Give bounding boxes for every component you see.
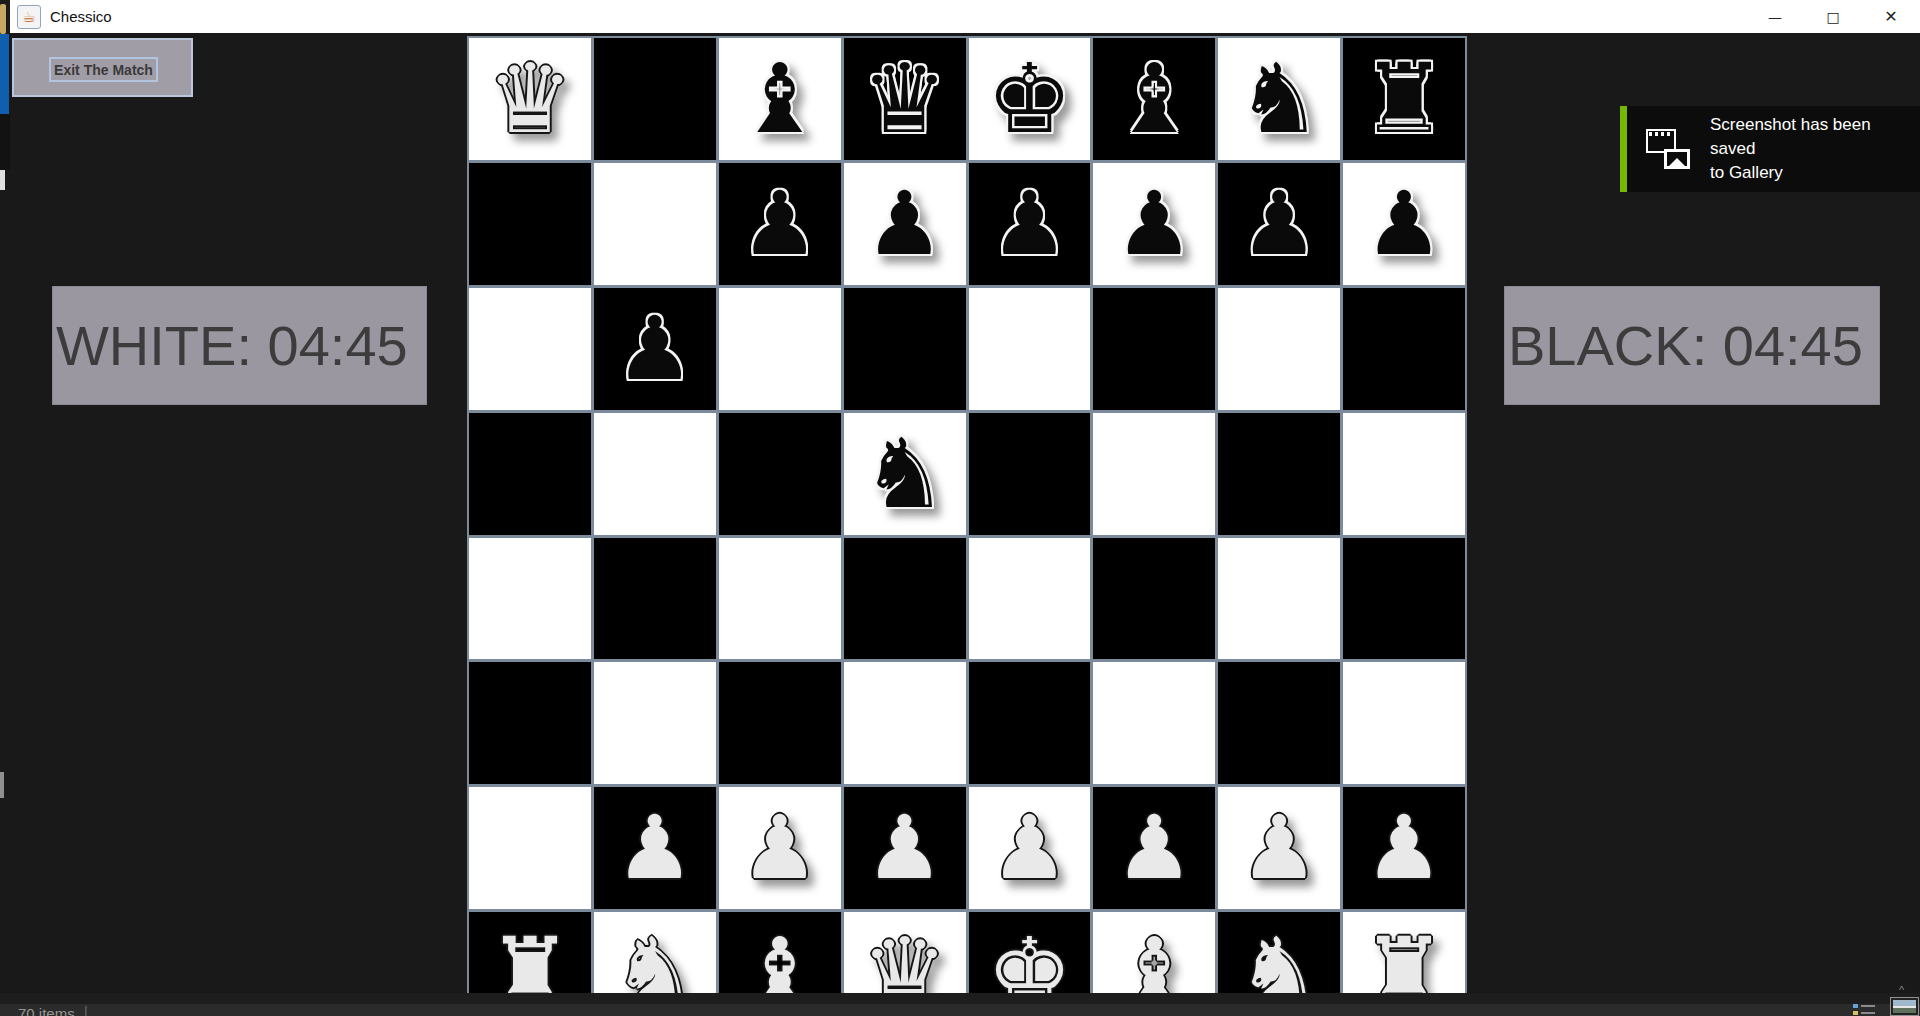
square-g8[interactable]: ♞ — [1218, 38, 1340, 160]
piece-wQ-a8[interactable]: ♛ — [487, 51, 573, 147]
square-f6[interactable] — [1093, 288, 1215, 410]
black-clock: BLACK: 04:45 — [1504, 286, 1880, 405]
white-clock: WHITE: 04:45 — [52, 286, 427, 405]
window-controls: — □ ✕ — [1746, 0, 1920, 33]
square-d7[interactable]: ♟ — [844, 163, 966, 285]
square-h2[interactable]: ♟ — [1343, 787, 1465, 909]
square-a5[interactable] — [469, 413, 591, 535]
square-d4[interactable] — [844, 538, 966, 660]
items-count-label: 70 items — [18, 1005, 75, 1016]
window-title: Chessico — [50, 8, 112, 25]
square-g5[interactable] — [1218, 413, 1340, 535]
square-a2[interactable] — [469, 787, 591, 909]
square-f4[interactable] — [1093, 538, 1215, 660]
square-h7[interactable]: ♟ — [1343, 163, 1465, 285]
exit-panel: Exit The Match — [12, 38, 193, 97]
square-c4[interactable] — [719, 538, 841, 660]
details-view-button[interactable] — [1853, 1003, 1887, 1015]
square-c8[interactable]: ♝ — [719, 38, 841, 160]
thumbnail-photo-icon — [1893, 1000, 1916, 1013]
square-f7[interactable]: ♟ — [1093, 163, 1215, 285]
square-f3[interactable] — [1093, 662, 1215, 784]
square-b5[interactable] — [594, 413, 716, 535]
square-c7[interactable]: ♟ — [719, 163, 841, 285]
square-h4[interactable] — [1343, 538, 1465, 660]
title-bar[interactable]: ☕ Chessico — □ ✕ — [10, 0, 1920, 33]
piece-wP-f2[interactable]: ♟ — [1115, 804, 1194, 892]
square-b8[interactable] — [594, 38, 716, 160]
square-h8[interactable]: ♜ — [1343, 38, 1465, 160]
piece-bB-f8[interactable]: ♝ — [1111, 51, 1197, 147]
square-e5[interactable] — [969, 413, 1091, 535]
minimize-icon[interactable]: — — [1746, 0, 1804, 33]
toast-line2: to Gallery — [1710, 161, 1920, 185]
piece-wP-e2[interactable]: ♟ — [990, 804, 1069, 892]
square-a4[interactable] — [469, 538, 591, 660]
board-container: ♛♝♛♚♝♞♜♟♟♟♟♟♟♟♞♟♟♟♟♟♟♟♜♞♝♛♚♝♞♜ — [467, 36, 1467, 1016]
piece-bP-g7[interactable]: ♟ — [1240, 180, 1319, 268]
piece-bP-b6[interactable]: ♟ — [615, 305, 694, 393]
square-e2[interactable]: ♟ — [969, 787, 1091, 909]
piece-bP-f7[interactable]: ♟ — [1115, 180, 1194, 268]
square-d5[interactable]: ♞ — [844, 413, 966, 535]
square-d8[interactable]: ♛ — [844, 38, 966, 160]
background-sticky-note-edge — [0, 4, 6, 34]
square-b2[interactable]: ♟ — [594, 787, 716, 909]
screenshot-toast[interactable]: Screenshot has been saved to Gallery — [1620, 106, 1920, 192]
explorer-status-bar: 70 items | — [0, 1004, 1920, 1016]
piece-wP-g2[interactable]: ♟ — [1240, 804, 1319, 892]
square-a6[interactable] — [469, 288, 591, 410]
square-e3[interactable] — [969, 662, 1091, 784]
square-a7[interactable] — [469, 163, 591, 285]
square-g6[interactable] — [1218, 288, 1340, 410]
square-b4[interactable] — [594, 538, 716, 660]
exit-match-button[interactable]: Exit The Match — [49, 57, 158, 82]
piece-bP-e7[interactable]: ♟ — [990, 180, 1069, 268]
toast-accent-bar — [1620, 106, 1627, 192]
square-e6[interactable] — [969, 288, 1091, 410]
square-f5[interactable] — [1093, 413, 1215, 535]
piece-bP-h7[interactable]: ♟ — [1365, 180, 1444, 268]
piece-bN-g8[interactable]: ♞ — [1236, 51, 1322, 147]
toast-line1: Screenshot has been saved — [1710, 113, 1920, 161]
gallery-capture-icon — [1646, 127, 1692, 171]
toast-message: Screenshot has been saved to Gallery — [1710, 113, 1920, 185]
square-g4[interactable] — [1218, 538, 1340, 660]
square-f2[interactable]: ♟ — [1093, 787, 1215, 909]
background-scrollbar-edge — [0, 772, 4, 798]
piece-wP-h2[interactable]: ♟ — [1365, 804, 1444, 892]
square-f8[interactable]: ♝ — [1093, 38, 1215, 160]
square-c2[interactable]: ♟ — [719, 787, 841, 909]
square-d2[interactable]: ♟ — [844, 787, 966, 909]
background-window-edge-white — [0, 170, 5, 190]
chess-board[interactable]: ♛♝♛♚♝♞♜♟♟♟♟♟♟♟♞♟♟♟♟♟♟♟♜♞♝♛♚♝♞♜ — [467, 36, 1467, 1016]
square-h6[interactable] — [1343, 288, 1465, 410]
square-c6[interactable] — [719, 288, 841, 410]
square-a3[interactable] — [469, 662, 591, 784]
square-e4[interactable] — [969, 538, 1091, 660]
square-b3[interactable] — [594, 662, 716, 784]
square-g7[interactable]: ♟ — [1218, 163, 1340, 285]
java-app-icon[interactable]: ☕ — [17, 5, 41, 29]
square-d3[interactable] — [844, 662, 966, 784]
close-icon[interactable]: ✕ — [1862, 0, 1920, 33]
maximize-icon[interactable]: □ — [1804, 0, 1862, 33]
piece-bB-c8[interactable]: ♝ — [737, 51, 823, 147]
screen: { "game": "chess", "window": { "title": … — [0, 0, 1920, 1016]
square-b6[interactable]: ♟ — [594, 288, 716, 410]
square-c5[interactable] — [719, 413, 841, 535]
background-window-edge-black — [0, 114, 10, 170]
square-e7[interactable]: ♟ — [969, 163, 1091, 285]
piece-bP-d7[interactable]: ♟ — [865, 180, 944, 268]
square-e8[interactable]: ♚ — [969, 38, 1091, 160]
background-window-edge-blue — [0, 34, 9, 114]
piece-wP-b2[interactable]: ♟ — [615, 804, 694, 892]
piece-bR-h8[interactable]: ♜ — [1361, 51, 1447, 147]
square-c3[interactable] — [719, 662, 841, 784]
piece-bQ-d8[interactable]: ♛ — [862, 51, 948, 147]
square-a8[interactable]: ♛ — [469, 38, 591, 160]
piece-bN-d5[interactable]: ♞ — [862, 426, 948, 522]
status-separator: | — [84, 1004, 88, 1016]
piece-wP-d2[interactable]: ♟ — [865, 804, 944, 892]
square-g3[interactable] — [1218, 662, 1340, 784]
square-b7[interactable] — [594, 163, 716, 285]
thumbnail-view-button[interactable] — [1890, 997, 1919, 1016]
chevron-up-icon[interactable]: ^ — [1899, 984, 1904, 996]
piece-bP-c7[interactable]: ♟ — [740, 180, 819, 268]
square-h3[interactable] — [1343, 662, 1465, 784]
piece-bK-e8[interactable]: ♚ — [986, 51, 1072, 147]
square-g2[interactable]: ♟ — [1218, 787, 1340, 909]
square-h5[interactable] — [1343, 413, 1465, 535]
square-d6[interactable] — [844, 288, 966, 410]
piece-wP-c2[interactable]: ♟ — [740, 804, 819, 892]
